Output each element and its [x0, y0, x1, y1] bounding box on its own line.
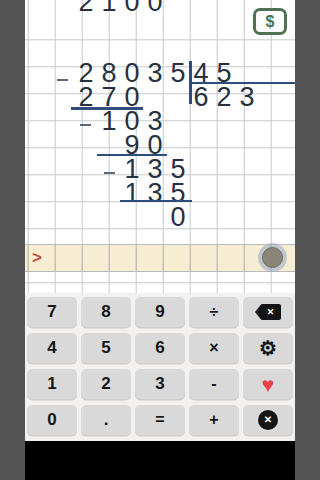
backspace-icon: ✕	[255, 304, 281, 320]
board-cell: 1	[98, 109, 121, 133]
board-cell: 2	[75, 61, 98, 85]
heart-icon: ♥	[262, 374, 274, 395]
board-cell: 0	[121, 109, 144, 133]
key-7[interactable]: 7	[27, 297, 77, 327]
key-close[interactable]: ✕	[243, 405, 293, 435]
record-icon	[262, 247, 283, 268]
board-cell: 2	[213, 85, 236, 109]
board-cell: 1	[121, 157, 144, 181]
board-cell: 3	[236, 85, 259, 109]
underline-270	[71, 107, 143, 110]
key-settings[interactable]: ⚙	[243, 333, 293, 363]
underline-135	[120, 200, 192, 203]
key-1[interactable]: 1	[27, 369, 77, 399]
board-cell: 8	[98, 61, 121, 85]
key-2[interactable]: 2	[81, 369, 131, 399]
key-heart[interactable]: ♥	[243, 369, 293, 399]
key-divide[interactable]: ÷	[189, 297, 239, 327]
record-button[interactable]	[258, 243, 287, 272]
dollar-icon: $	[266, 14, 275, 30]
key-0[interactable]: 0	[27, 405, 77, 435]
board-cell: 6	[190, 85, 213, 109]
close-circle-icon: ✕	[258, 410, 278, 430]
key-5[interactable]: 5	[81, 333, 131, 363]
board-cell: 2	[75, 85, 98, 109]
key-minus[interactable]: -	[189, 369, 239, 399]
minus-sign	[80, 124, 91, 127]
board-cell: 0	[167, 205, 190, 229]
board-cell: 0	[121, 61, 144, 85]
board-cell: 3	[144, 109, 167, 133]
minus-sign	[57, 79, 68, 82]
key-9[interactable]: 9	[135, 297, 185, 327]
prompt-chevron: >	[32, 245, 42, 271]
key-3[interactable]: 3	[135, 369, 185, 399]
divisor-horizontal-line	[189, 82, 295, 85]
key-dot[interactable]: .	[81, 405, 131, 435]
key-backspace[interactable]: ✕	[243, 297, 293, 327]
key-equals[interactable]: =	[135, 405, 185, 435]
key-8[interactable]: 8	[81, 297, 131, 327]
board-cell: 1	[98, 0, 121, 14]
board-cell: 0	[121, 85, 144, 109]
gear-icon: ⚙	[259, 338, 277, 358]
app-screen: 21002803545270623103901351350 $ > 789÷✕4…	[25, 0, 295, 480]
money-button[interactable]: $	[253, 8, 287, 35]
board-cell: 5	[167, 157, 190, 181]
bottom-black-bar	[25, 441, 295, 480]
board-cell: 5	[167, 61, 190, 85]
underline-90	[97, 154, 167, 157]
answer-input-row[interactable]: >	[25, 244, 295, 272]
board-cell: 7	[98, 85, 121, 109]
key-multiply[interactable]: ×	[189, 333, 239, 363]
board-cell: 0	[121, 0, 144, 14]
board-cell: 3	[144, 157, 167, 181]
board-cell: 2	[75, 0, 98, 14]
key-plus[interactable]: +	[189, 405, 239, 435]
key-6[interactable]: 6	[135, 333, 185, 363]
key-4[interactable]: 4	[27, 333, 77, 363]
board-cell: 3	[144, 61, 167, 85]
board-cell: 0	[144, 0, 167, 14]
keypad: 789÷✕456×⚙123-♥0.=+✕	[25, 293, 295, 441]
minus-sign	[104, 172, 115, 175]
